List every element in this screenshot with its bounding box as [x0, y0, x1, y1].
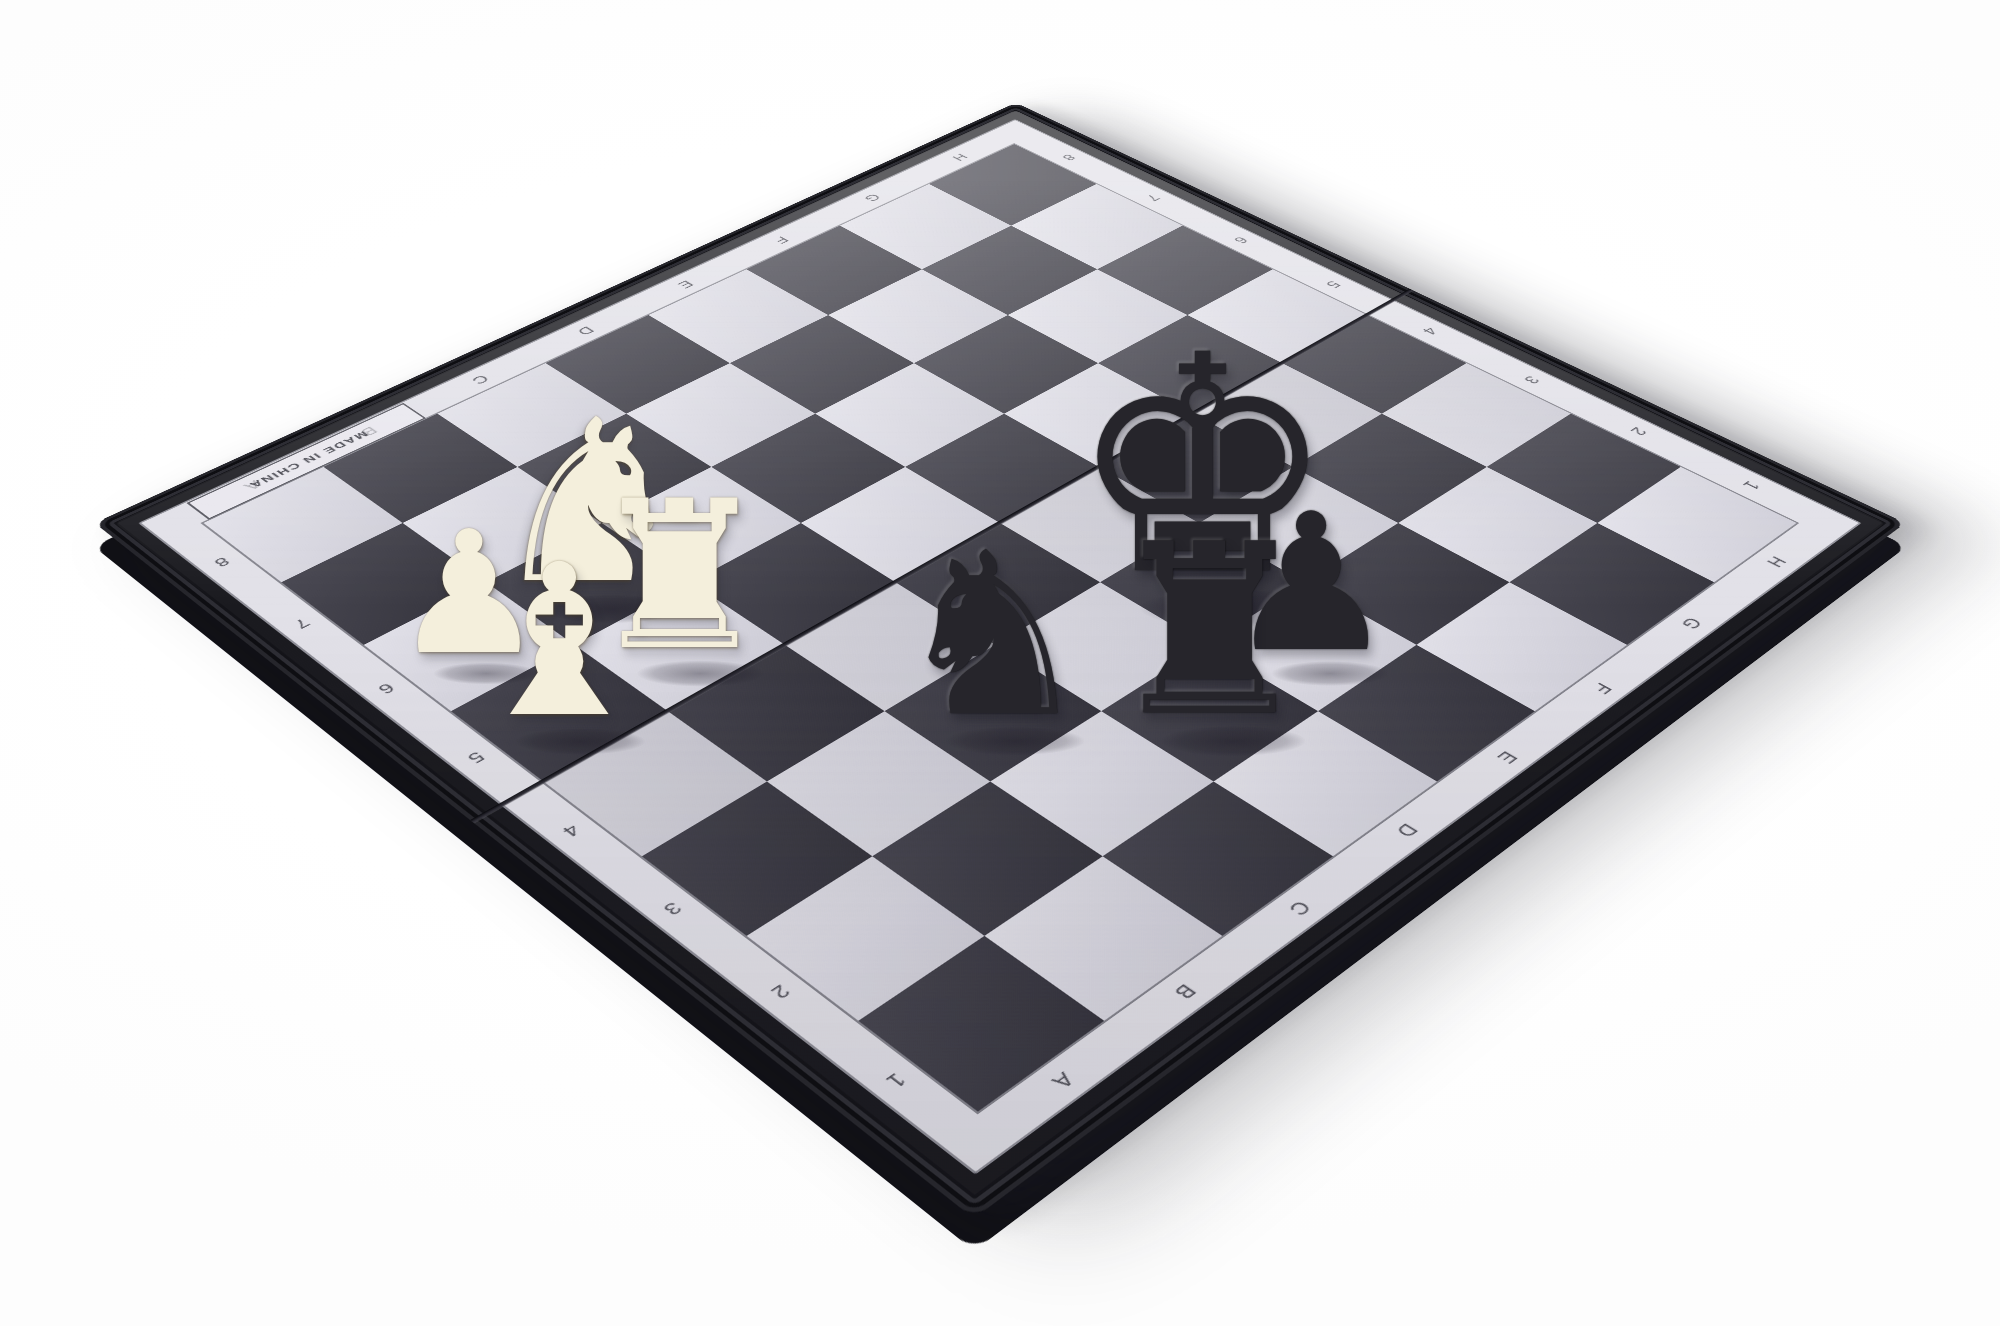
black-knight-glyph: ♞ [892, 523, 1094, 748]
file-label-G: G [860, 192, 885, 204]
white-bishop-a5[interactable]: ♝ [454, 537, 664, 747]
file-label-F: F [769, 234, 792, 246]
rank-label-3: 3 [657, 898, 687, 919]
rank-label-6: 6 [1229, 234, 1252, 245]
rank-label-4: 4 [557, 821, 586, 841]
black-rook-glyph: ♜ [1104, 513, 1315, 748]
white-bishop-glyph: ♝ [465, 537, 653, 747]
rank-label-2: 2 [765, 980, 796, 1003]
file-label-H: H [947, 152, 971, 163]
rank-label-1: 1 [879, 1068, 911, 1092]
rank-label-7: 7 [289, 615, 315, 632]
black-knight-c3[interactable]: ♞ [880, 523, 1105, 748]
file-label-D: D [572, 324, 597, 338]
file-label-E: E [673, 278, 697, 291]
photo-stage: ABCDEFGH ABCDEFGH 87654321 87654321 MADE… [0, 0, 2000, 1326]
file-label-A: A [1045, 1068, 1080, 1094]
black-rook-d2[interactable]: ♜ [1092, 513, 1327, 748]
